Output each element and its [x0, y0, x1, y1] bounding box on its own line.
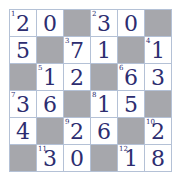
cell-r4c5[interactable]: 5 — [118, 91, 145, 118]
cell-r1c5[interactable]: 0 — [118, 10, 145, 37]
cell-digit: 5 — [118, 91, 144, 117]
cell-r5c6[interactable]: 102 — [145, 118, 172, 145]
cell-r4c4[interactable]: 81 — [91, 91, 118, 118]
cell-digit: 0 — [37, 10, 63, 36]
cell-r3c1 — [10, 64, 37, 91]
cell-r5c1[interactable]: 4 — [10, 118, 37, 145]
clue-number: 12 — [119, 145, 128, 153]
clue-number: 11 — [38, 145, 47, 153]
clue-number: 5 — [38, 64, 42, 72]
cell-digit: 2 — [64, 64, 90, 90]
cell-r5c5 — [118, 118, 145, 145]
cell-digit: 0 — [118, 10, 144, 36]
clue-number: 2 — [92, 10, 96, 18]
cell-digit: 1 — [91, 37, 117, 63]
cell-r6c2[interactable]: 113 — [37, 145, 64, 172]
cell-r3c6[interactable]: 3 — [145, 64, 172, 91]
cell-r3c3[interactable]: 2 — [64, 64, 91, 91]
puzzle-grid: 120230537141512663736815492610211301218 — [9, 9, 172, 172]
clue-number: 3 — [65, 37, 69, 45]
cell-r6c6[interactable]: 8 — [145, 145, 172, 172]
cell-r2c6[interactable]: 41 — [145, 37, 172, 64]
cell-r6c5[interactable]: 121 — [118, 145, 145, 172]
cell-r5c2 — [37, 118, 64, 145]
cell-r3c2[interactable]: 51 — [37, 64, 64, 91]
cell-r2c4[interactable]: 1 — [91, 37, 118, 64]
clue-number: 7 — [11, 91, 15, 99]
cell-r5c4[interactable]: 6 — [91, 118, 118, 145]
cell-r5c3[interactable]: 92 — [64, 118, 91, 145]
cell-r3c4 — [91, 64, 118, 91]
cell-digit: 8 — [145, 145, 171, 171]
cell-r4c2[interactable]: 6 — [37, 91, 64, 118]
clue-number: 9 — [65, 118, 69, 126]
cell-digit: 6 — [37, 91, 63, 117]
cell-r1c2[interactable]: 0 — [37, 10, 64, 37]
clue-number: 10 — [146, 118, 155, 126]
cell-digit: 4 — [10, 118, 36, 144]
cell-r1c1[interactable]: 12 — [10, 10, 37, 37]
cell-r4c6 — [145, 91, 172, 118]
cell-r6c3[interactable]: 0 — [64, 145, 91, 172]
cell-digit: 0 — [64, 145, 90, 171]
cell-r2c3[interactable]: 37 — [64, 37, 91, 64]
cell-r6c4 — [91, 145, 118, 172]
cell-digit: 6 — [91, 118, 117, 144]
cell-r2c2 — [37, 37, 64, 64]
cell-r3c5[interactable]: 66 — [118, 64, 145, 91]
clue-number: 6 — [119, 64, 123, 72]
cell-r6c1 — [10, 145, 37, 172]
cell-r1c4[interactable]: 23 — [91, 10, 118, 37]
clue-number: 4 — [146, 37, 150, 45]
clue-number: 1 — [11, 10, 15, 18]
cell-r1c3 — [64, 10, 91, 37]
cell-r1c6 — [145, 10, 172, 37]
cell-r2c5 — [118, 37, 145, 64]
cell-digit: 5 — [10, 37, 36, 63]
clue-number: 8 — [92, 91, 96, 99]
cell-r2c1[interactable]: 5 — [10, 37, 37, 64]
cell-r4c1[interactable]: 73 — [10, 91, 37, 118]
cell-r4c3 — [64, 91, 91, 118]
cell-digit: 3 — [145, 64, 171, 90]
